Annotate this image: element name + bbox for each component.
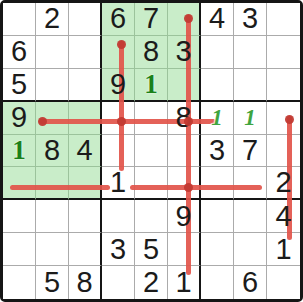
cell-r7c8[interactable] bbox=[234, 200, 267, 233]
cell-digit: 9 bbox=[11, 103, 27, 132]
cell-r1c1[interactable] bbox=[3, 3, 36, 36]
cell-digit: 1 bbox=[175, 268, 191, 297]
cell-r1c8[interactable]: 3 bbox=[234, 3, 267, 36]
cell-r5c4[interactable] bbox=[102, 135, 135, 168]
cell-r4c6[interactable]: 8 bbox=[168, 102, 201, 135]
cell-digit: 8 bbox=[76, 268, 92, 297]
cell-r4c1[interactable]: 9 bbox=[3, 102, 36, 135]
cell-r7c4[interactable] bbox=[102, 200, 135, 233]
cell-digit: 1 bbox=[275, 235, 291, 264]
cell-r3c7[interactable] bbox=[201, 69, 234, 102]
cell-r1c7[interactable]: 4 bbox=[201, 3, 234, 36]
cell-r5c8[interactable]: 7 bbox=[234, 135, 267, 168]
cell-r4c5[interactable] bbox=[135, 102, 168, 135]
cell-digit: 6 bbox=[110, 4, 126, 33]
cell-r8c1[interactable] bbox=[3, 233, 36, 266]
cell-r9c3[interactable]: 8 bbox=[69, 266, 102, 299]
cell-r6c5[interactable] bbox=[135, 167, 168, 200]
cell-digit: 4 bbox=[209, 4, 225, 33]
cell-r6c3[interactable] bbox=[69, 167, 102, 200]
cell-r5c5[interactable] bbox=[135, 135, 168, 168]
sudoku-board-grid: 26743683591981118437129435158216 bbox=[3, 3, 300, 299]
cell-r3c9[interactable] bbox=[267, 69, 300, 102]
cell-r6c7[interactable] bbox=[201, 167, 234, 200]
cell-digit: 4 bbox=[76, 136, 92, 165]
cell-digit: 6 bbox=[242, 268, 258, 297]
cell-r6c2[interactable] bbox=[36, 167, 69, 200]
cell-digit: 1 bbox=[211, 106, 223, 129]
cell-digit: 3 bbox=[209, 136, 225, 165]
cell-r4c8[interactable]: 1 bbox=[234, 102, 267, 135]
cell-r6c4[interactable]: 1 bbox=[102, 167, 135, 200]
cell-r5c1[interactable]: 1 bbox=[3, 135, 36, 168]
cell-r8c6[interactable] bbox=[168, 233, 201, 266]
cell-r9c6[interactable]: 1 bbox=[168, 266, 201, 299]
cell-r9c4[interactable] bbox=[102, 266, 135, 299]
cell-r2c1[interactable]: 6 bbox=[3, 36, 36, 69]
cell-r6c9[interactable]: 2 bbox=[267, 167, 300, 200]
cell-digit: 2 bbox=[275, 168, 291, 197]
cell-r6c8[interactable] bbox=[234, 167, 267, 200]
cell-r8c5[interactable]: 5 bbox=[135, 233, 168, 266]
cell-r2c5[interactable]: 8 bbox=[135, 36, 168, 69]
cell-r3c8[interactable] bbox=[234, 69, 267, 102]
sudoku-board: 26743683591981118437129435158216 bbox=[0, 0, 303, 302]
cell-r1c5[interactable]: 7 bbox=[135, 3, 168, 36]
cell-r5c2[interactable]: 8 bbox=[36, 135, 69, 168]
cell-digit: 2 bbox=[143, 268, 159, 297]
cell-r7c6[interactable]: 9 bbox=[168, 200, 201, 233]
cell-digit: 4 bbox=[275, 202, 291, 231]
cell-r5c9[interactable] bbox=[267, 135, 300, 168]
cell-r4c7[interactable]: 1 bbox=[201, 102, 234, 135]
cell-r2c8[interactable] bbox=[234, 36, 267, 69]
cell-r5c7[interactable]: 3 bbox=[201, 135, 234, 168]
cell-r5c6[interactable] bbox=[168, 135, 201, 168]
cell-r1c2[interactable]: 2 bbox=[36, 3, 69, 36]
cell-digit: 7 bbox=[242, 136, 258, 165]
cell-r7c3[interactable] bbox=[69, 200, 102, 233]
cell-r4c4[interactable] bbox=[102, 102, 135, 135]
cell-r4c2[interactable] bbox=[36, 102, 69, 135]
cell-r7c7[interactable] bbox=[201, 200, 234, 233]
cell-r3c4[interactable]: 9 bbox=[102, 69, 135, 102]
cell-digit: 3 bbox=[110, 235, 126, 264]
screenshot-root: 26743683591981118437129435158216 bbox=[0, 0, 303, 302]
cell-r1c6[interactable] bbox=[168, 3, 201, 36]
cell-r5c3[interactable]: 4 bbox=[69, 135, 102, 168]
cell-r7c9[interactable]: 4 bbox=[267, 200, 300, 233]
cell-r1c3[interactable] bbox=[69, 3, 102, 36]
cell-digit: 8 bbox=[143, 37, 159, 66]
cell-digit: 5 bbox=[143, 235, 159, 264]
cell-digit: 5 bbox=[44, 268, 60, 297]
cell-r3c6[interactable] bbox=[168, 69, 201, 102]
cell-digit: 1 bbox=[12, 137, 26, 164]
cell-r6c6[interactable] bbox=[168, 167, 201, 200]
cell-r9c2[interactable]: 5 bbox=[36, 266, 69, 299]
cell-r4c9[interactable] bbox=[267, 102, 300, 135]
cell-r9c1[interactable] bbox=[3, 266, 36, 299]
cell-r3c2[interactable] bbox=[36, 69, 69, 102]
cell-r2c2[interactable] bbox=[36, 36, 69, 69]
cell-r7c1[interactable] bbox=[3, 200, 36, 233]
cell-digit: 1 bbox=[144, 71, 158, 98]
cell-r9c8[interactable]: 6 bbox=[234, 266, 267, 299]
cell-r9c7[interactable] bbox=[201, 266, 234, 299]
cell-digit: 5 bbox=[11, 70, 27, 99]
cell-r8c7[interactable] bbox=[201, 233, 234, 266]
cell-digit: 1 bbox=[244, 106, 256, 129]
cell-r9c5[interactable]: 2 bbox=[135, 266, 168, 299]
cell-r2c9[interactable] bbox=[267, 36, 300, 69]
cell-digit: 3 bbox=[175, 37, 191, 66]
cell-r2c6[interactable]: 3 bbox=[168, 36, 201, 69]
cell-digit: 8 bbox=[175, 103, 191, 132]
cell-r2c3[interactable] bbox=[69, 36, 102, 69]
cell-r6c1[interactable] bbox=[3, 167, 36, 200]
cell-r1c9[interactable] bbox=[267, 3, 300, 36]
cell-digit: 8 bbox=[44, 136, 60, 165]
cell-digit: 3 bbox=[242, 4, 258, 33]
cell-digit: 9 bbox=[175, 202, 191, 231]
cell-r3c3[interactable] bbox=[69, 69, 102, 102]
cell-r9c9[interactable] bbox=[267, 266, 300, 299]
cell-r8c8[interactable] bbox=[234, 233, 267, 266]
cell-r3c5[interactable]: 1 bbox=[135, 69, 168, 102]
cell-r2c4[interactable] bbox=[102, 36, 135, 69]
cell-digit: 6 bbox=[11, 37, 27, 66]
cell-r8c9[interactable]: 1 bbox=[267, 233, 300, 266]
cell-digit: 9 bbox=[110, 70, 126, 99]
cell-r2c7[interactable] bbox=[201, 36, 234, 69]
cell-r1c4[interactable]: 6 bbox=[102, 3, 135, 36]
cell-digit: 2 bbox=[44, 4, 60, 33]
cell-r8c3[interactable] bbox=[69, 233, 102, 266]
cell-r7c5[interactable] bbox=[135, 200, 168, 233]
cell-r8c4[interactable]: 3 bbox=[102, 233, 135, 266]
cell-r7c2[interactable] bbox=[36, 200, 69, 233]
cell-r3c1[interactable]: 5 bbox=[3, 69, 36, 102]
cell-r8c2[interactable] bbox=[36, 233, 69, 266]
cell-digit: 1 bbox=[110, 168, 126, 197]
cell-digit: 7 bbox=[143, 4, 159, 33]
cell-r4c3[interactable] bbox=[69, 102, 102, 135]
